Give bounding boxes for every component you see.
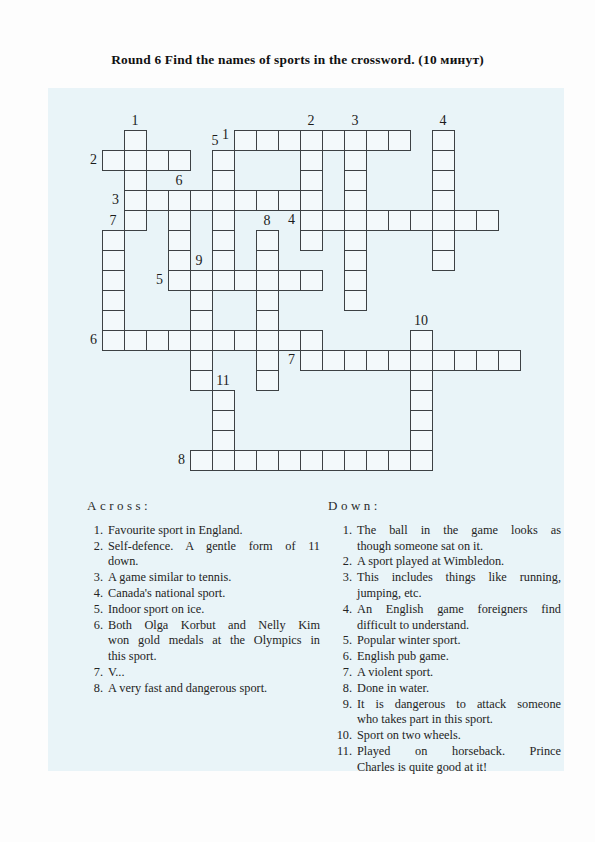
grid-cell-r11c13[interactable] [388,350,411,371]
grid-cell-r11c12[interactable] [366,350,389,371]
grid-cell-r1c0[interactable] [102,150,125,171]
grid-cell-r0c10[interactable] [322,130,345,151]
grid-cell-r11c15[interactable] [432,350,455,371]
down-clue-1: 1.The ball in the game looks asthough so… [328,523,561,555]
grid-cell-r10c1[interactable] [124,330,147,351]
grid-cell-r5c5[interactable] [212,230,235,251]
across-label-6: 6 [75,332,97,347]
down-clue-number: 10. [328,728,352,744]
grid-cell-r16c4[interactable] [190,450,213,471]
down-label-9: 9 [186,253,212,268]
grid-cell-r1c11[interactable] [344,150,367,171]
grid-cell-r4c5[interactable] [212,210,235,231]
grid-cell-r16c6[interactable] [234,450,257,471]
grid-cell-r4c17[interactable] [476,210,499,231]
grid-cell-r2c11[interactable] [344,170,367,191]
grid-cell-r0c6[interactable] [234,130,257,151]
grid-cell-r13c5[interactable] [212,390,235,411]
grid-cell-r4c9[interactable] [300,210,323,231]
grid-cell-r10c8[interactable] [278,330,301,351]
grid-cell-r1c9[interactable] [300,150,323,171]
down-clue-6: 6.English pub game. [328,649,561,665]
across-clue-8: 8.A very fast and dangerous sport. [87,681,320,697]
across-clue-number: 2. [87,539,103,571]
grid-cell-r16c14[interactable] [410,450,433,471]
grid-cell-r16c12[interactable] [366,450,389,471]
grid-cell-r12c14[interactable] [410,370,433,391]
grid-cell-r10c4[interactable] [190,330,213,351]
down-clue-text: English pub game. [357,649,561,665]
grid-cell-r11c4[interactable] [190,350,213,371]
down-clue-7: 7.A violent sport. [328,665,561,681]
down-clue-number: 5. [328,633,352,649]
grid-cell-r4c12[interactable] [366,210,389,231]
grid-cell-r3c5[interactable] [212,190,235,211]
grid-cell-r14c5[interactable] [212,410,235,431]
across-clue-number: 3. [87,570,103,586]
grid-cell-r2c9[interactable] [300,170,323,191]
down-label-3: 3 [342,113,368,128]
down-clue-8: 8.Done in water. [328,681,561,697]
grid-cell-r0c9[interactable] [300,130,323,151]
grid-cell-r10c14[interactable] [410,330,433,351]
down-clue-4: 4.An English game foreigners finddifficu… [328,602,561,634]
grid-cell-r1c2[interactable] [146,150,169,171]
grid-cell-r16c10[interactable] [322,450,345,471]
across-clue-text: A game similar to tennis. [108,570,320,586]
across-heading: Across: [87,498,320,514]
grid-cell-r10c0[interactable] [102,330,125,351]
grid-cell-r0c1[interactable] [124,130,147,151]
grid-cell-r1c15[interactable] [432,150,455,171]
grid-cell-r0c7[interactable] [256,130,279,151]
grid-cell-r6c11[interactable] [344,250,367,271]
grid-cell-r8c7[interactable] [256,290,279,311]
grid-cell-r15c14[interactable] [410,430,433,451]
down-clue-text: A sport played at Wimbledon. [357,554,561,570]
grid-cell-r2c1[interactable] [124,170,147,191]
across-label-5: 5 [141,272,163,287]
grid-cell-r5c3[interactable] [168,230,191,251]
grid-cell-r3c1[interactable] [124,190,147,211]
across-clue-text: A very fast and dangerous sport. [108,681,320,697]
grid-cell-r3c9[interactable] [300,190,323,211]
across-clue-1: 1.Favourite sport in England. [87,523,320,539]
grid-cell-r11c14[interactable] [410,350,433,371]
down-clue-number: 7. [328,665,352,681]
grid-cell-r4c16[interactable] [454,210,477,231]
across-clue-list: 1.Favourite sport in England.2.Self-defe… [87,523,320,697]
grid-cell-r3c2[interactable] [146,190,169,211]
down-clue-text: It is dangerous to attack someonewho tak… [357,697,561,729]
down-clue-text: Sport on two wheels. [357,728,561,744]
grid-cell-r13c14[interactable] [410,390,433,411]
grid-cell-r11c11[interactable] [344,350,367,371]
down-clue-11: 11.Played on horseback. PrinceCharles is… [328,744,561,776]
grid-cell-r16c8[interactable] [278,450,301,471]
grid-cell-r3c8[interactable] [278,190,301,211]
down-clue-5: 5.Popular winter sport. [328,633,561,649]
grid-cell-r8c4[interactable] [190,290,213,311]
grid-cell-r16c5[interactable] [212,450,235,471]
grid-cell-r3c11[interactable] [344,190,367,211]
down-clue-text: Done in water. [357,681,561,697]
grid-cell-r10c6[interactable] [234,330,257,351]
grid-cell-r7c6[interactable] [234,270,257,291]
grid-cell-r1c5[interactable] [212,150,235,171]
down-heading: Down: [328,498,561,514]
grid-cell-r4c1[interactable] [124,210,147,231]
grid-cell-r6c15[interactable] [432,250,455,271]
across-clue-text: Both Olga Korbut and Nelly Kimwon gold m… [108,618,320,665]
grid-cell-r2c5[interactable] [212,170,235,191]
across-clue-number: 7. [87,665,103,681]
across-clue-7: 7.V... [87,665,320,681]
grid-cell-r16c11[interactable] [344,450,367,471]
grid-cell-r3c15[interactable] [432,190,455,211]
down-clue-number: 3. [328,570,352,602]
grid-cell-r3c7[interactable] [256,190,279,211]
across-clue-text: Canada's national sport. [108,586,320,602]
grid-cell-r0c12[interactable] [366,130,389,151]
across-clue-text: Self-defence. A gentle form of 11down. [108,539,320,571]
across-clue-text: Favourite sport in England. [108,523,320,539]
grid-cell-r10c7[interactable] [256,330,279,351]
grid-cell-r7c4[interactable] [190,270,213,291]
across-clue-5: 5.Indoor sport on ice. [87,602,320,618]
across-clue-number: 6. [87,618,103,665]
grid-cell-r7c8[interactable] [278,270,301,291]
grid-cell-r11c9[interactable] [300,350,323,371]
grid-cell-r9c4[interactable] [190,310,213,331]
grid-cell-r6c0[interactable] [102,250,125,271]
down-label-4: 4 [430,113,456,128]
down-clue-number: 11. [328,744,352,776]
grid-cell-r16c13[interactable] [388,450,411,471]
down-label-1: 1 [122,113,148,128]
grid-cell-r3c6[interactable] [234,190,257,211]
down-label-2: 2 [298,113,324,128]
down-clue-2: 2.A sport played at Wimbledon. [328,554,561,570]
grid-cell-r0c15[interactable] [432,130,455,151]
grid-cell-r11c16[interactable] [454,350,477,371]
down-label-6: 6 [166,173,192,188]
down-clue-number: 9. [328,697,352,729]
across-clue-number: 8. [87,681,103,697]
across-clue-4: 4.Canada's national sport. [87,586,320,602]
across-label-2: 2 [75,152,97,167]
across-clue-number: 5. [87,602,103,618]
down-label-11: 11 [210,373,236,388]
grid-cell-r5c11[interactable] [344,230,367,251]
grid-cell-r5c9[interactable] [300,230,323,251]
down-clues-column: Down: 1.The ball in the game looks astho… [328,498,561,776]
grid-cell-r8c0[interactable] [102,290,125,311]
grid-cell-r4c11[interactable] [344,210,367,231]
down-clue-text: An English game foreigners finddifficult… [357,602,561,634]
page-title: Round 6 Find the names of sports in the … [0,52,595,68]
down-label-8: 8 [254,213,280,228]
grid-cell-r3c4[interactable] [190,190,213,211]
grid-cell-r6c7[interactable] [256,250,279,271]
grid-cell-r9c7[interactable] [256,310,279,331]
grid-cell-r4c3[interactable] [168,210,191,231]
down-label-5: 5 [202,133,228,148]
down-clue-9: 9.It is dangerous to attack someonewho t… [328,697,561,729]
grid-cell-r12c7[interactable] [256,370,279,391]
across-clue-3: 3.A game similar to tennis. [87,570,320,586]
down-clue-10: 10.Sport on two wheels. [328,728,561,744]
grid-cell-r3c3[interactable] [168,190,191,211]
crossword-board: 123456781234567891011 [102,130,520,470]
grid-cell-r7c7[interactable] [256,270,279,291]
down-clue-number: 8. [328,681,352,697]
grid-cell-r10c3[interactable] [168,330,191,351]
across-label-3: 3 [97,192,119,207]
grid-cell-r0c11[interactable] [344,130,367,151]
across-clue-text: V... [108,665,320,681]
across-label-8: 8 [163,452,185,467]
grid-cell-r7c3[interactable] [168,270,191,291]
grid-cell-r1c1[interactable] [124,150,147,171]
grid-cell-r7c11[interactable] [344,270,367,291]
down-clue-number: 4. [328,602,352,634]
across-clue-number: 4. [87,586,103,602]
grid-cell-r15c5[interactable] [212,430,235,451]
grid-cell-r4c14[interactable] [410,210,433,231]
across-clue-2: 2.Self-defence. A gentle form of 11down. [87,539,320,571]
across-clue-text: Indoor sport on ice. [108,602,320,618]
down-clue-text: Popular winter sport. [357,633,561,649]
across-label-7: 7 [273,352,295,367]
down-clue-3: 3.This includes things like running,jump… [328,570,561,602]
grid-cell-r2c15[interactable] [432,170,455,191]
down-label-7: 7 [100,213,126,228]
across-clue-number: 1. [87,523,103,539]
down-clue-number: 1. [328,523,352,555]
grid-cell-r4c15[interactable] [432,210,455,231]
grid-cell-r5c15[interactable] [432,230,455,251]
worksheet-page: Round 6 Find the names of sports in the … [0,0,595,842]
down-label-10: 10 [408,313,434,328]
grid-cell-r8c11[interactable] [344,290,367,311]
grid-cell-r4c13[interactable] [388,210,411,231]
grid-cell-r0c13[interactable] [388,130,411,151]
down-clue-text: The ball in the game looks asthough some… [357,523,561,555]
down-clue-text: A violent sport. [357,665,561,681]
grid-cell-r9c0[interactable] [102,310,125,331]
grid-cell-r10c5[interactable] [212,330,235,351]
grid-cell-r10c9[interactable] [300,330,323,351]
grid-cell-r6c5[interactable] [212,250,235,271]
grid-cell-r10c2[interactable] [146,330,169,351]
grid-cell-r5c0[interactable] [102,230,125,251]
grid-cell-r16c9[interactable] [300,450,323,471]
grid-cell-r16c7[interactable] [256,450,279,471]
across-clue-6: 6.Both Olga Korbut and Nelly Kimwon gold… [87,618,320,665]
across-clues-column: Across: 1.Favourite sport in England.2.S… [87,498,320,697]
grid-cell-r4c10[interactable] [322,210,345,231]
grid-cell-r0c8[interactable] [278,130,301,151]
grid-cell-r11c10[interactable] [322,350,345,371]
down-clue-text: Played on horseback. PrinceCharles is qu… [357,744,561,776]
down-clue-number: 6. [328,649,352,665]
grid-cell-r7c0[interactable] [102,270,125,291]
grid-cell-r11c18[interactable] [498,350,521,371]
grid-cell-r11c17[interactable] [476,350,499,371]
grid-cell-r1c3[interactable] [168,150,191,171]
grid-cell-r7c9[interactable] [300,270,323,291]
grid-cell-r14c14[interactable] [410,410,433,431]
down-clue-number: 2. [328,554,352,570]
down-clue-list: 1.The ball in the game looks asthough so… [328,523,561,776]
down-clue-text: This includes things like running,jumpin… [357,570,561,602]
grid-cell-r7c5[interactable] [212,270,235,291]
grid-cell-r5c7[interactable] [256,230,279,251]
